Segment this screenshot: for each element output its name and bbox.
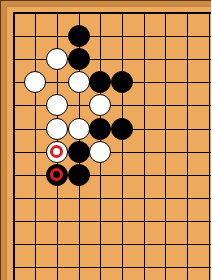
grid-line-vertical (209, 13, 210, 280)
grid-line-vertical (165, 13, 166, 280)
stone-white (46, 141, 68, 163)
stone-black (89, 118, 111, 140)
grid-line-horizontal (13, 59, 212, 60)
go-board-diagram (0, 0, 211, 280)
grid-line-vertical (35, 13, 36, 280)
stone-white (89, 94, 111, 116)
stone-black (46, 164, 68, 186)
stone-white (68, 118, 90, 140)
circle-mark (50, 145, 63, 158)
grid-line-horizontal (13, 244, 212, 245)
grid-line-horizontal (13, 267, 212, 268)
stone-white (68, 71, 90, 93)
grid-line-vertical (144, 13, 145, 280)
grid-line-vertical (187, 13, 188, 280)
stone-black (68, 164, 90, 186)
grid-line-vertical (13, 13, 15, 280)
stone-white (89, 141, 111, 163)
stone-white (46, 94, 68, 116)
stone-white (46, 48, 68, 70)
stone-black (89, 71, 111, 93)
stone-black (68, 48, 90, 70)
grid-line-horizontal (13, 198, 212, 199)
grid-line-horizontal (13, 12, 212, 14)
grid-line-horizontal (13, 175, 212, 176)
grid-line-horizontal (13, 105, 212, 106)
stone-black (68, 141, 90, 163)
grid-line-horizontal (13, 152, 212, 153)
grid-line-vertical (122, 13, 123, 280)
stone-white (24, 71, 46, 93)
board-surface (6, 6, 211, 280)
stone-black (68, 25, 90, 47)
stone-white (46, 118, 68, 140)
stone-black (111, 71, 133, 93)
circle-mark (50, 168, 63, 181)
grid-line-horizontal (13, 221, 212, 222)
grid-line-horizontal (13, 36, 212, 37)
stone-black (111, 118, 133, 140)
